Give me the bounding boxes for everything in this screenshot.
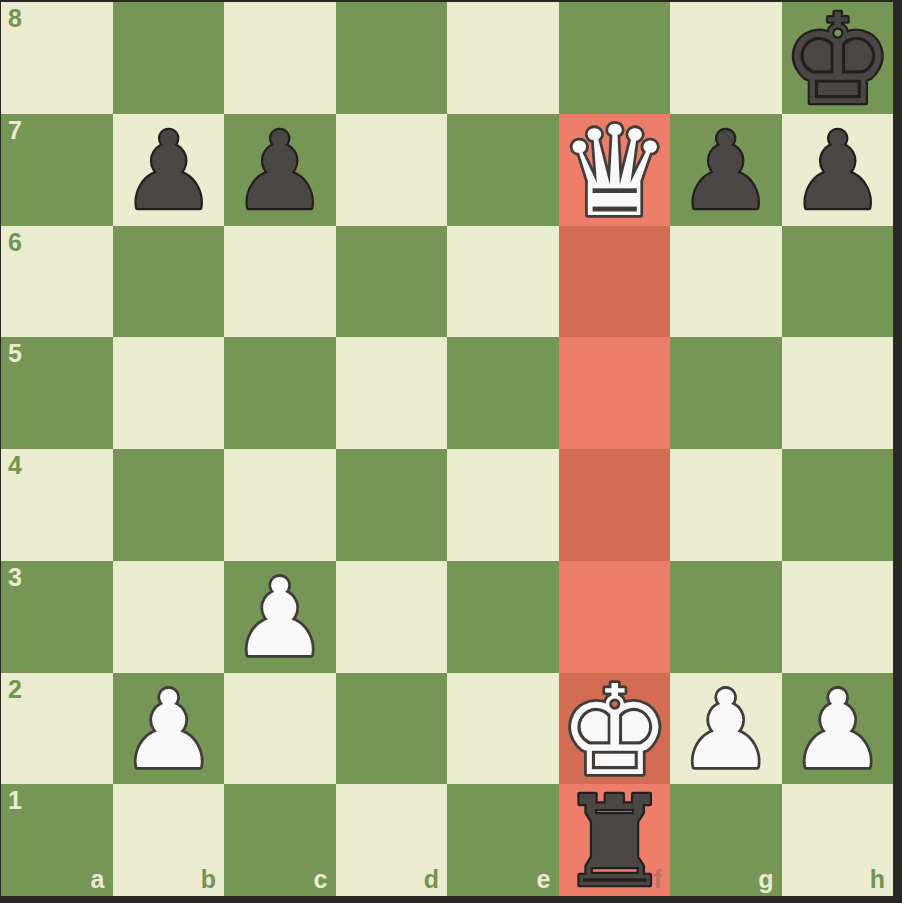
square-h2[interactable]: ♟ bbox=[782, 673, 894, 785]
square-e2[interactable] bbox=[447, 673, 559, 785]
chess-board: 8♚7♟♟♛♟♟6543♟2♟♚♟♟1abcdef♜gh bbox=[1, 2, 893, 896]
black-pawn[interactable]: ♟ bbox=[224, 114, 336, 226]
square-g2[interactable]: ♟ bbox=[670, 673, 782, 785]
svg-text:♚: ♚ bbox=[559, 673, 671, 785]
square-h7[interactable]: ♟ bbox=[782, 114, 894, 226]
square-d7[interactable] bbox=[336, 114, 448, 226]
svg-text:♟: ♟ bbox=[120, 673, 216, 785]
svg-text:♟: ♟ bbox=[678, 114, 774, 226]
square-b2[interactable]: ♟ bbox=[113, 673, 225, 785]
square-e6[interactable] bbox=[447, 226, 559, 338]
square-a4[interactable]: 4 bbox=[1, 449, 113, 561]
square-f2[interactable]: ♚ bbox=[559, 673, 671, 785]
square-d3[interactable] bbox=[336, 561, 448, 673]
rank-label-6: 6 bbox=[8, 230, 22, 255]
square-a3[interactable]: 3 bbox=[1, 561, 113, 673]
square-a6[interactable]: 6 bbox=[1, 226, 113, 338]
svg-text:♟: ♟ bbox=[120, 114, 216, 226]
svg-text:♟: ♟ bbox=[232, 561, 328, 673]
square-c6[interactable] bbox=[224, 226, 336, 338]
square-d6[interactable] bbox=[336, 226, 448, 338]
file-label-d: d bbox=[424, 867, 439, 892]
square-a1[interactable]: 1a bbox=[1, 784, 113, 896]
square-h5[interactable] bbox=[782, 337, 894, 449]
square-c7[interactable]: ♟ bbox=[224, 114, 336, 226]
svg-text:♛: ♛ bbox=[559, 114, 671, 226]
file-label-h: h bbox=[870, 867, 885, 892]
square-c4[interactable] bbox=[224, 449, 336, 561]
square-g8[interactable] bbox=[670, 2, 782, 114]
square-c8[interactable] bbox=[224, 2, 336, 114]
svg-text:♟: ♟ bbox=[232, 114, 328, 226]
square-h3[interactable] bbox=[782, 561, 894, 673]
square-h1[interactable]: h bbox=[782, 784, 894, 896]
file-label-c: c bbox=[314, 867, 328, 892]
file-label-g: g bbox=[758, 867, 773, 892]
square-a8[interactable]: 8 bbox=[1, 2, 113, 114]
square-c5[interactable] bbox=[224, 337, 336, 449]
svg-text:♟: ♟ bbox=[789, 673, 885, 785]
square-f8[interactable] bbox=[559, 2, 671, 114]
square-e4[interactable] bbox=[447, 449, 559, 561]
square-b5[interactable] bbox=[113, 337, 225, 449]
square-f5[interactable] bbox=[559, 337, 671, 449]
file-label-e: e bbox=[537, 867, 551, 892]
white-pawn[interactable]: ♟ bbox=[782, 673, 894, 785]
file-label-b: b bbox=[201, 867, 216, 892]
square-h6[interactable] bbox=[782, 226, 894, 338]
square-c2[interactable] bbox=[224, 673, 336, 785]
black-pawn[interactable]: ♟ bbox=[782, 114, 894, 226]
square-h8[interactable]: ♚ bbox=[782, 2, 894, 114]
black-pawn[interactable]: ♟ bbox=[670, 114, 782, 226]
white-king[interactable]: ♚ bbox=[559, 673, 671, 785]
rank-label-3: 3 bbox=[8, 565, 22, 590]
rank-label-1: 1 bbox=[8, 788, 22, 813]
square-b3[interactable] bbox=[113, 561, 225, 673]
square-f6[interactable] bbox=[559, 226, 671, 338]
square-d4[interactable] bbox=[336, 449, 448, 561]
square-b8[interactable] bbox=[113, 2, 225, 114]
square-a2[interactable]: 2 bbox=[1, 673, 113, 785]
rank-label-5: 5 bbox=[8, 341, 22, 366]
svg-text:♜: ♜ bbox=[559, 784, 671, 896]
square-a7[interactable]: 7 bbox=[1, 114, 113, 226]
square-d8[interactable] bbox=[336, 2, 448, 114]
rank-label-4: 4 bbox=[8, 453, 22, 478]
file-label-a: a bbox=[91, 867, 105, 892]
square-e8[interactable] bbox=[447, 2, 559, 114]
square-f4[interactable] bbox=[559, 449, 671, 561]
white-pawn[interactable]: ♟ bbox=[224, 561, 336, 673]
square-f1[interactable]: f♜ bbox=[559, 784, 671, 896]
square-b1[interactable]: b bbox=[113, 784, 225, 896]
square-h4[interactable] bbox=[782, 449, 894, 561]
square-g6[interactable] bbox=[670, 226, 782, 338]
square-d1[interactable]: d bbox=[336, 784, 448, 896]
black-king[interactable]: ♚ bbox=[782, 2, 894, 114]
square-d2[interactable] bbox=[336, 673, 448, 785]
square-e3[interactable] bbox=[447, 561, 559, 673]
svg-text:♟: ♟ bbox=[678, 673, 774, 785]
square-g5[interactable] bbox=[670, 337, 782, 449]
square-e5[interactable] bbox=[447, 337, 559, 449]
rank-label-8: 8 bbox=[8, 6, 22, 31]
square-g4[interactable] bbox=[670, 449, 782, 561]
square-f3[interactable] bbox=[559, 561, 671, 673]
white-queen[interactable]: ♛ bbox=[559, 114, 671, 226]
square-g7[interactable]: ♟ bbox=[670, 114, 782, 226]
rank-label-7: 7 bbox=[8, 118, 22, 143]
black-rook[interactable]: ♜ bbox=[559, 784, 671, 896]
black-pawn[interactable]: ♟ bbox=[113, 114, 225, 226]
svg-text:♚: ♚ bbox=[782, 2, 894, 114]
svg-text:♟: ♟ bbox=[789, 114, 885, 226]
square-c1[interactable]: c bbox=[224, 784, 336, 896]
rank-label-2: 2 bbox=[8, 677, 22, 702]
square-g3[interactable] bbox=[670, 561, 782, 673]
square-c3[interactable]: ♟ bbox=[224, 561, 336, 673]
white-pawn[interactable]: ♟ bbox=[670, 673, 782, 785]
white-pawn[interactable]: ♟ bbox=[113, 673, 225, 785]
square-g1[interactable]: g bbox=[670, 784, 782, 896]
square-a5[interactable]: 5 bbox=[1, 337, 113, 449]
square-b6[interactable] bbox=[113, 226, 225, 338]
square-b4[interactable] bbox=[113, 449, 225, 561]
square-e7[interactable] bbox=[447, 114, 559, 226]
square-d5[interactable] bbox=[336, 337, 448, 449]
square-f7[interactable]: ♛ bbox=[559, 114, 671, 226]
square-e1[interactable]: e bbox=[447, 784, 559, 896]
square-b7[interactable]: ♟ bbox=[113, 114, 225, 226]
